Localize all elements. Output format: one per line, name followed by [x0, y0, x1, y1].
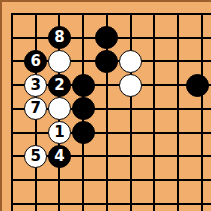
intersection-c2-r8: [24, 168, 48, 192]
intersection-c9-r1: [190, 2, 211, 26]
intersection-c5-r6: [95, 121, 119, 145]
intersection-c1-r5: [0, 97, 24, 121]
move-number-label: 3: [30, 78, 40, 93]
intersection-c8-r8: [166, 168, 190, 192]
stone-white-c2-r7: 5: [24, 145, 47, 168]
stone-black-c9-r4: [186, 74, 209, 97]
intersection-c2-r9: [24, 192, 48, 211]
intersection-c4-r3: [71, 50, 95, 74]
intersection-c6-r3: [119, 50, 143, 74]
intersection-c6-r5: [119, 97, 143, 121]
stone-white-c6-r4: [119, 74, 142, 97]
stone-white-c6-r3: [119, 50, 142, 73]
intersection-c8-r1: [166, 2, 190, 26]
intersection-c2-r2: [24, 26, 48, 50]
intersection-c3-r1: [48, 2, 72, 26]
intersection-c3-r7: 4: [48, 144, 72, 168]
stone-white-c3-r6: 1: [48, 121, 71, 144]
intersection-c3-r3: [48, 50, 72, 74]
intersection-c9-r4: [190, 73, 211, 97]
go-board: 86327154: [0, 0, 211, 211]
intersection-c7-r7: [142, 144, 166, 168]
intersection-c2-r5: 7: [24, 97, 48, 121]
intersection-c5-r7: [95, 144, 119, 168]
intersection-c2-r3: 6: [24, 50, 48, 74]
intersection-c8-r2: [166, 26, 190, 50]
intersection-c9-r3: [190, 50, 211, 74]
intersection-c8-r7: [166, 144, 190, 168]
intersection-c1-r7: [0, 144, 24, 168]
stone-white-c2-r5: 7: [24, 97, 47, 120]
intersection-c4-r5: [71, 97, 95, 121]
intersection-c4-r1: [71, 2, 95, 26]
intersection-c7-r4: [142, 73, 166, 97]
intersection-c1-r4: [0, 73, 24, 97]
intersection-c6-r1: [119, 2, 143, 26]
intersection-c9-r6: [190, 121, 211, 145]
intersection-c4-r8: [71, 168, 95, 192]
stone-black-c5-r2: [95, 26, 118, 49]
intersection-c5-r4: [95, 73, 119, 97]
intersection-c1-r2: [0, 26, 24, 50]
intersection-c6-r7: [119, 144, 143, 168]
stone-white-c3-r3: [48, 50, 71, 73]
intersection-c7-r8: [142, 168, 166, 192]
intersection-c6-r9: [119, 192, 143, 211]
intersection-c7-r3: [142, 50, 166, 74]
intersection-c1-r1: [0, 2, 24, 26]
intersection-c2-r4: 3: [24, 73, 48, 97]
intersection-c6-r2: [119, 26, 143, 50]
board-grid: 86327154: [0, 2, 211, 211]
intersection-c9-r7: [190, 144, 211, 168]
intersection-c5-r1: [95, 2, 119, 26]
intersection-c6-r8: [119, 168, 143, 192]
stone-black-c3-r4: 2: [48, 74, 71, 97]
move-number-label: 2: [54, 78, 64, 93]
intersection-c8-r6: [166, 121, 190, 145]
intersection-c7-r6: [142, 121, 166, 145]
intersection-c7-r1: [142, 2, 166, 26]
intersection-c8-r5: [166, 97, 190, 121]
move-number-label: 6: [30, 54, 40, 69]
intersection-c6-r6: [119, 121, 143, 145]
intersection-c3-r6: 1: [48, 121, 72, 145]
stone-white-c2-r4: 3: [24, 74, 47, 97]
intersection-c9-r2: [190, 26, 211, 50]
stone-black-c5-r3: [95, 50, 118, 73]
intersection-c1-r9: [0, 192, 24, 211]
intersection-c4-r4: [71, 73, 95, 97]
stone-black-c3-r2: 8: [48, 26, 71, 49]
intersection-c4-r2: [71, 26, 95, 50]
stone-white-c3-r5: [48, 97, 71, 120]
intersection-c9-r8: [190, 168, 211, 192]
move-number-label: 4: [54, 149, 64, 164]
intersection-c2-r6: [24, 121, 48, 145]
intersection-c1-r8: [0, 168, 24, 192]
intersection-c7-r2: [142, 26, 166, 50]
intersection-c3-r2: 8: [48, 26, 72, 50]
intersection-c1-r3: [0, 50, 24, 74]
stone-black-c4-r4: [72, 74, 95, 97]
move-number-label: 8: [54, 30, 64, 45]
stone-black-c2-r3: 6: [24, 50, 47, 73]
intersection-c8-r9: [166, 192, 190, 211]
intersection-c3-r9: [48, 192, 72, 211]
move-number-label: 1: [54, 125, 64, 140]
stone-black-c4-r6: [72, 121, 95, 144]
stone-black-c4-r5: [72, 97, 95, 120]
intersection-c3-r5: [48, 97, 72, 121]
intersection-c5-r9: [95, 192, 119, 211]
intersection-c3-r8: [48, 168, 72, 192]
intersection-c2-r1: [24, 2, 48, 26]
intersection-c9-r9: [190, 192, 211, 211]
intersection-c5-r3: [95, 50, 119, 74]
intersection-c2-r7: 5: [24, 144, 48, 168]
intersection-c5-r8: [95, 168, 119, 192]
intersection-c5-r2: [95, 26, 119, 50]
move-number-label: 7: [30, 101, 40, 116]
intersection-c7-r9: [142, 192, 166, 211]
intersection-c4-r6: [71, 121, 95, 145]
stone-black-c3-r7: 4: [48, 145, 71, 168]
intersection-c3-r4: 2: [48, 73, 72, 97]
intersection-c4-r7: [71, 144, 95, 168]
intersection-c5-r5: [95, 97, 119, 121]
intersection-c9-r5: [190, 97, 211, 121]
intersection-c6-r4: [119, 73, 143, 97]
intersection-c7-r5: [142, 97, 166, 121]
intersection-c1-r6: [0, 121, 24, 145]
intersection-c4-r9: [71, 192, 95, 211]
move-number-label: 5: [30, 149, 40, 164]
intersection-c8-r3: [166, 50, 190, 74]
